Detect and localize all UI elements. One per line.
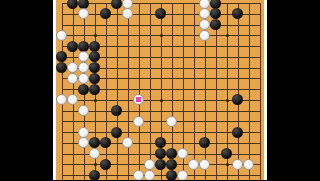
black-stone	[89, 62, 100, 73]
white-stone	[78, 127, 89, 138]
hoshi-point	[226, 99, 229, 102]
grid-line-horizontal	[62, 3, 260, 4]
black-stone	[89, 73, 100, 84]
black-stone	[89, 51, 100, 62]
black-stone	[89, 84, 100, 95]
white-stone	[56, 30, 67, 41]
white-stone	[78, 62, 89, 73]
black-stone	[56, 51, 67, 62]
black-stone	[155, 159, 166, 170]
black-stone	[67, 41, 78, 52]
hoshi-point	[94, 163, 97, 166]
black-stone	[155, 8, 166, 19]
black-stone	[166, 159, 177, 170]
hoshi-point	[226, 34, 229, 37]
white-stone	[177, 170, 188, 181]
black-stone	[232, 8, 243, 19]
go-board[interactable]	[56, 0, 264, 180]
white-stone	[56, 94, 67, 105]
grid-line-horizontal	[62, 132, 260, 133]
black-stone	[210, 19, 221, 30]
black-stone	[100, 137, 111, 148]
white-stone	[67, 62, 78, 73]
black-stone	[111, 127, 122, 138]
black-stone	[100, 8, 111, 19]
black-stone	[210, 8, 221, 19]
black-stone	[232, 127, 243, 138]
white-stone	[67, 94, 78, 105]
grid-line-horizontal	[62, 25, 260, 26]
white-stone	[78, 105, 89, 116]
black-stone	[111, 0, 122, 9]
grid-line-vertical	[260, 3, 261, 180]
white-stone	[144, 159, 155, 170]
black-stone	[166, 170, 177, 181]
white-stone	[122, 137, 133, 148]
hoshi-point	[226, 163, 229, 166]
black-stone	[155, 137, 166, 148]
white-stone	[122, 8, 133, 19]
hoshi-point	[160, 99, 163, 102]
white-stone	[243, 159, 254, 170]
white-stone	[78, 73, 89, 84]
white-stone	[232, 159, 243, 170]
black-stone	[78, 41, 89, 52]
hoshi-point	[94, 34, 97, 37]
black-stone	[221, 148, 232, 159]
white-stone	[199, 0, 210, 9]
black-stone	[89, 137, 100, 148]
white-stone	[166, 116, 177, 127]
white-stone	[133, 116, 144, 127]
black-stone	[155, 148, 166, 159]
black-stone	[78, 0, 89, 9]
hoshi-point	[94, 99, 97, 102]
white-stone	[122, 0, 133, 9]
black-stone	[56, 62, 67, 73]
white-stone	[78, 137, 89, 148]
black-stone	[111, 105, 122, 116]
hoshi-point	[160, 34, 163, 37]
white-stone	[199, 19, 210, 30]
grid-line-horizontal	[62, 121, 260, 122]
black-stone	[100, 159, 111, 170]
last-move-marker	[136, 97, 141, 102]
black-stone	[232, 94, 243, 105]
black-stone	[210, 0, 221, 9]
white-stone	[89, 148, 100, 159]
go-board-screenshot	[0, 0, 320, 180]
white-stone	[199, 159, 210, 170]
black-stone	[199, 137, 210, 148]
white-stone	[177, 148, 188, 159]
white-stone	[188, 159, 199, 170]
white-stone	[78, 8, 89, 19]
white-stone	[199, 8, 210, 19]
black-stone	[67, 0, 78, 9]
grid-line-horizontal	[62, 111, 260, 112]
white-stone	[67, 73, 78, 84]
white-stone	[78, 51, 89, 62]
black-stone	[166, 148, 177, 159]
white-stone	[133, 170, 144, 181]
white-stone	[199, 30, 210, 41]
white-stone	[144, 170, 155, 181]
black-stone	[78, 84, 89, 95]
black-stone	[89, 170, 100, 181]
black-stone	[89, 41, 100, 52]
